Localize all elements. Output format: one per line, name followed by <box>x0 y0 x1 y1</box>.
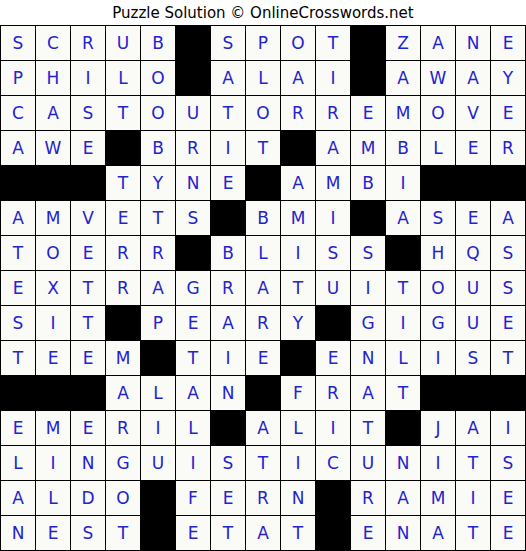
letter-cell: R <box>316 96 350 130</box>
letter-cell: N <box>386 516 420 550</box>
letter-cell: O <box>246 96 280 130</box>
letter-cell: R <box>106 411 140 445</box>
letter-cell: B <box>386 131 420 165</box>
letter-cell: E <box>491 306 525 340</box>
letter-cell: Y <box>141 166 175 200</box>
letter-cell: S <box>211 446 245 480</box>
letter-cell: O <box>36 236 70 270</box>
letter-cell: R <box>106 271 140 305</box>
letter-cell: T <box>491 341 525 375</box>
block-cell <box>141 516 175 550</box>
letter-cell: A <box>106 376 140 410</box>
letter-cell: F <box>176 481 210 515</box>
letter-cell: A <box>246 516 280 550</box>
block-cell <box>281 341 315 375</box>
letter-cell: B <box>246 201 280 235</box>
letter-cell: R <box>176 131 210 165</box>
letter-cell: T <box>281 271 315 305</box>
letter-cell: M <box>36 201 70 235</box>
letter-cell: S <box>351 236 385 270</box>
letter-cell: I <box>316 411 350 445</box>
block-cell <box>246 166 280 200</box>
block-cell <box>281 131 315 165</box>
letter-cell: A <box>316 131 350 165</box>
letter-cell: A <box>281 166 315 200</box>
letter-cell: A <box>246 411 280 445</box>
letter-cell: I <box>386 306 420 340</box>
block-cell <box>141 341 175 375</box>
letter-cell: L <box>36 481 70 515</box>
letter-cell: E <box>351 96 385 130</box>
letter-cell: S <box>316 236 350 270</box>
letter-cell: N <box>211 376 245 410</box>
letter-cell: I <box>386 166 420 200</box>
letter-cell: F <box>281 376 315 410</box>
letter-cell: L <box>176 411 210 445</box>
letter-cell: O <box>141 61 175 95</box>
letter-cell: U <box>456 306 490 340</box>
letter-cell: A <box>36 96 70 130</box>
page-title: Puzzle Solution © OnlineCrosswords.net <box>0 0 526 25</box>
block-cell <box>456 166 490 200</box>
block-cell <box>211 201 245 235</box>
letter-cell: E <box>71 236 105 270</box>
letter-cell: S <box>491 236 525 270</box>
letter-cell: S <box>176 201 210 235</box>
letter-cell: W <box>36 131 70 165</box>
block-cell <box>386 411 420 445</box>
block-cell <box>1 376 35 410</box>
letter-cell: S <box>491 446 525 480</box>
letter-cell: E <box>36 516 70 550</box>
block-cell <box>316 481 350 515</box>
letter-cell: T <box>106 166 140 200</box>
letter-cell: E <box>491 26 525 60</box>
letter-cell: E <box>1 271 35 305</box>
letter-cell: E <box>246 341 280 375</box>
letter-cell: I <box>36 306 70 340</box>
letter-cell: I <box>421 341 455 375</box>
block-cell <box>211 411 245 445</box>
letter-cell: A <box>456 411 490 445</box>
letter-cell: Q <box>456 236 490 270</box>
letter-cell: I <box>141 411 175 445</box>
letter-cell: T <box>71 271 105 305</box>
letter-cell: R <box>316 376 350 410</box>
letter-cell: U <box>176 96 210 130</box>
letter-cell: M <box>386 96 420 130</box>
letter-cell: A <box>351 376 385 410</box>
letter-cell: N <box>176 166 210 200</box>
block-cell <box>421 166 455 200</box>
letter-cell: W <box>421 61 455 95</box>
letter-cell: A <box>386 201 420 235</box>
letter-cell: E <box>36 341 70 375</box>
letter-cell: T <box>351 411 385 445</box>
block-cell <box>176 61 210 95</box>
block-cell <box>491 376 525 410</box>
letter-cell: G <box>351 306 385 340</box>
letter-cell: P <box>1 61 35 95</box>
letter-cell: C <box>1 96 35 130</box>
letter-cell: J <box>421 411 455 445</box>
block-cell <box>316 516 350 550</box>
letter-cell: S <box>491 271 525 305</box>
letter-cell: E <box>1 411 35 445</box>
letter-cell: A <box>246 271 280 305</box>
letter-cell: N <box>351 341 385 375</box>
letter-cell: M <box>421 481 455 515</box>
letter-cell: V <box>71 201 105 235</box>
letter-cell: N <box>1 516 35 550</box>
letter-cell: L <box>106 61 140 95</box>
letter-cell: A <box>1 201 35 235</box>
letter-cell: I <box>421 446 455 480</box>
letter-cell: E <box>71 411 105 445</box>
letter-cell: S <box>211 26 245 60</box>
letter-cell: I <box>491 411 525 445</box>
letter-cell: T <box>176 341 210 375</box>
letter-cell: I <box>71 61 105 95</box>
letter-cell: I <box>281 446 315 480</box>
letter-cell: R <box>491 131 525 165</box>
letter-cell: T <box>106 96 140 130</box>
block-cell <box>71 376 105 410</box>
letter-cell: R <box>141 236 175 270</box>
letter-cell: L <box>281 411 315 445</box>
letter-cell: T <box>456 516 490 550</box>
letter-cell: I <box>211 131 245 165</box>
letter-cell: T <box>456 446 490 480</box>
letter-cell: R <box>246 481 280 515</box>
letter-cell: C <box>36 26 70 60</box>
block-cell <box>351 201 385 235</box>
letter-cell: S <box>71 96 105 130</box>
letter-cell: T <box>246 131 280 165</box>
letter-cell: L <box>246 61 280 95</box>
block-cell <box>351 61 385 95</box>
letter-cell: G <box>106 446 140 480</box>
letter-cell: U <box>351 446 385 480</box>
letter-cell: X <box>36 271 70 305</box>
letter-cell: B <box>141 131 175 165</box>
letter-cell: T <box>211 96 245 130</box>
letter-cell: E <box>316 341 350 375</box>
letter-cell: I <box>316 201 350 235</box>
letter-cell: A <box>211 61 245 95</box>
letter-cell: E <box>106 201 140 235</box>
letter-cell: Y <box>491 61 525 95</box>
letter-cell: E <box>176 306 210 340</box>
block-cell <box>71 166 105 200</box>
letter-cell: A <box>141 271 175 305</box>
letter-cell: P <box>141 306 175 340</box>
letter-cell: N <box>386 446 420 480</box>
letter-cell: A <box>421 26 455 60</box>
letter-cell: A <box>281 61 315 95</box>
letter-cell: A <box>176 376 210 410</box>
letter-cell: M <box>351 131 385 165</box>
letter-cell: Z <box>386 26 420 60</box>
letter-cell: T <box>246 446 280 480</box>
letter-cell: I <box>351 271 385 305</box>
letter-cell: I <box>456 481 490 515</box>
letter-cell: R <box>106 236 140 270</box>
letter-cell: S <box>456 341 490 375</box>
letter-cell: T <box>281 516 315 550</box>
letter-cell: T <box>316 26 350 60</box>
letter-cell: E <box>211 481 245 515</box>
letter-cell: N <box>456 26 490 60</box>
letter-cell: T <box>1 236 35 270</box>
block-cell <box>106 306 140 340</box>
letter-cell: A <box>1 131 35 165</box>
letter-cell: A <box>386 481 420 515</box>
letter-cell: O <box>106 481 140 515</box>
letter-cell: U <box>141 446 175 480</box>
letter-cell: T <box>106 516 140 550</box>
letter-cell: E <box>456 131 490 165</box>
letter-cell: S <box>71 516 105 550</box>
block-cell <box>176 26 210 60</box>
puzzle-solution-page: Puzzle Solution © OnlineCrosswords.net S… <box>0 0 526 551</box>
letter-cell: H <box>36 61 70 95</box>
letter-cell: H <box>421 236 455 270</box>
letter-cell: V <box>456 96 490 130</box>
letter-cell: A <box>1 481 35 515</box>
letter-cell: T <box>386 376 420 410</box>
block-cell <box>36 166 70 200</box>
letter-cell: M <box>316 166 350 200</box>
block-cell <box>1 166 35 200</box>
letter-cell: L <box>421 131 455 165</box>
letter-cell: I <box>36 446 70 480</box>
letter-cell: P <box>246 26 280 60</box>
letter-cell: T <box>386 271 420 305</box>
block-cell <box>351 26 385 60</box>
crossword-grid: SCRUBSPOTZANEPHILOALAIAWAYCASTOUTORREMOV… <box>0 25 526 551</box>
letter-cell: E <box>351 516 385 550</box>
letter-cell: I <box>316 61 350 95</box>
letter-cell: L <box>1 446 35 480</box>
letter-cell: R <box>281 96 315 130</box>
letter-cell: C <box>316 446 350 480</box>
letter-cell: M <box>281 201 315 235</box>
block-cell <box>176 236 210 270</box>
letter-cell: M <box>106 341 140 375</box>
block-cell <box>491 166 525 200</box>
letter-cell: I <box>176 446 210 480</box>
letter-cell: T <box>211 516 245 550</box>
letter-cell: E <box>491 481 525 515</box>
letter-cell: N <box>71 446 105 480</box>
letter-cell: A <box>456 61 490 95</box>
letter-cell: T <box>1 341 35 375</box>
letter-cell: G <box>176 271 210 305</box>
letter-cell: T <box>71 306 105 340</box>
letter-cell: N <box>281 481 315 515</box>
letter-cell: E <box>456 201 490 235</box>
letter-cell: U <box>456 271 490 305</box>
letter-cell: B <box>211 236 245 270</box>
letter-cell: B <box>141 26 175 60</box>
block-cell <box>246 376 280 410</box>
letter-cell: O <box>141 96 175 130</box>
letter-cell: B <box>351 166 385 200</box>
letter-cell: O <box>421 96 455 130</box>
letter-cell: E <box>211 166 245 200</box>
letter-cell: D <box>71 481 105 515</box>
letter-cell: I <box>211 341 245 375</box>
letter-cell: E <box>491 516 525 550</box>
block-cell <box>386 236 420 270</box>
block-cell <box>106 131 140 165</box>
letter-cell: A <box>211 306 245 340</box>
letter-cell: T <box>141 201 175 235</box>
letter-cell: I <box>281 236 315 270</box>
letter-cell: S <box>421 201 455 235</box>
letter-cell: E <box>71 131 105 165</box>
letter-cell: S <box>1 26 35 60</box>
letter-cell: E <box>491 96 525 130</box>
letter-cell: U <box>316 271 350 305</box>
letter-cell: O <box>421 271 455 305</box>
letter-cell: E <box>71 341 105 375</box>
letter-cell: A <box>421 516 455 550</box>
letter-cell: S <box>1 306 35 340</box>
letter-cell: R <box>351 481 385 515</box>
letter-cell: R <box>246 306 280 340</box>
block-cell <box>421 376 455 410</box>
letter-cell: R <box>211 271 245 305</box>
letter-cell: R <box>71 26 105 60</box>
block-cell <box>456 376 490 410</box>
letter-cell: O <box>281 26 315 60</box>
letter-cell: G <box>421 306 455 340</box>
block-cell <box>36 376 70 410</box>
block-cell <box>141 481 175 515</box>
letter-cell: A <box>491 201 525 235</box>
letter-cell: U <box>106 26 140 60</box>
letter-cell: Y <box>281 306 315 340</box>
letter-cell: L <box>386 341 420 375</box>
letter-cell: E <box>176 516 210 550</box>
letter-cell: A <box>386 61 420 95</box>
letter-cell: M <box>36 411 70 445</box>
letter-cell: L <box>141 376 175 410</box>
letter-cell: L <box>246 236 280 270</box>
block-cell <box>316 306 350 340</box>
